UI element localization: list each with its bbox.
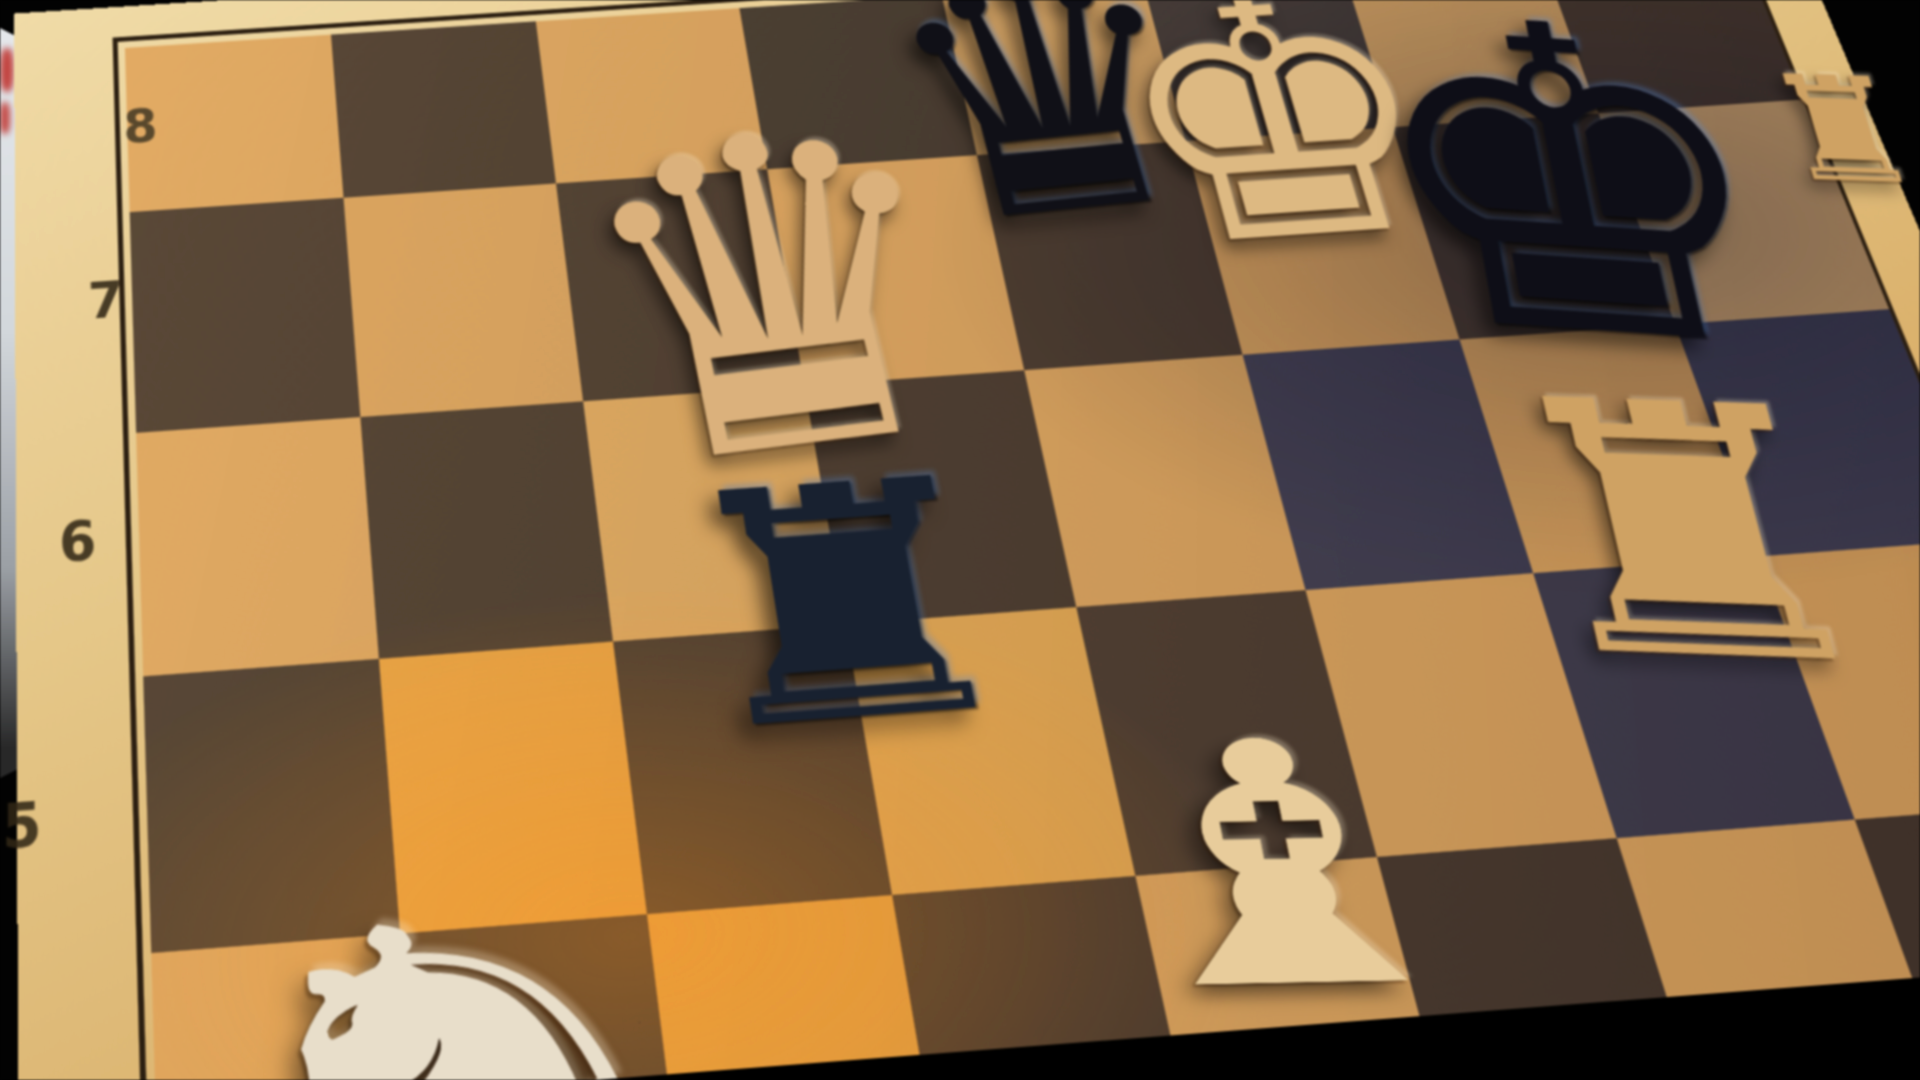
red-speck-0 xyxy=(0,48,14,92)
chess-photo-stage: 87654 ♛♚♜♛♚♜♜♝♞ xyxy=(0,0,1920,1080)
rank-label-5: 5 xyxy=(0,783,94,866)
board: 87654 ♛♚♜♛♚♜♜♝♞ xyxy=(14,0,1920,1080)
rank-label-7: 7 xyxy=(42,266,171,333)
square-b7[interactable] xyxy=(344,183,584,417)
rank-label-8: 8 xyxy=(79,95,203,157)
red-speck-1 xyxy=(0,102,10,134)
square-b8[interactable] xyxy=(331,21,556,197)
piece-white-bishop-e5[interactable]: ♝ xyxy=(993,689,1579,1034)
square-b6[interactable] xyxy=(360,401,613,659)
square-a6[interactable] xyxy=(136,417,379,676)
piece-white-rook-g6[interactable]: ♜ xyxy=(1434,347,1920,711)
rank-label-6: 6 xyxy=(10,504,145,578)
